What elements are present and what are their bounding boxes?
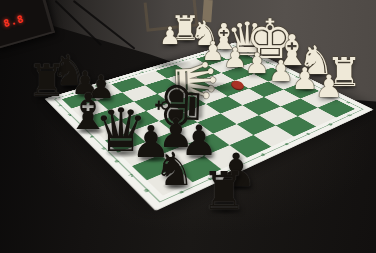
piece-white-p-a2[interactable]: ♟ [159,24,181,48]
pieces-layer: ♜♟♞♝♛♟♚♝♟♟♞♛♟♜♞♟♟♟♜♟♚♝♟♛♟♟♞♟♜ [0,0,376,253]
piece-black-r-a8[interactable]: ♜ [27,59,66,103]
piece-white-p-f2[interactable]: ♟ [268,57,294,86]
piece-black-n-f8[interactable]: ♞ [153,146,194,192]
piece-white-p-h2[interactable]: ♟ [315,71,343,102]
photo-scene: { "game": "chess", "scene_description": … [0,0,376,253]
piece-black-r-h8[interactable]: ♜ [201,165,248,217]
piece-white-p-e2[interactable]: ♟ [244,50,269,78]
